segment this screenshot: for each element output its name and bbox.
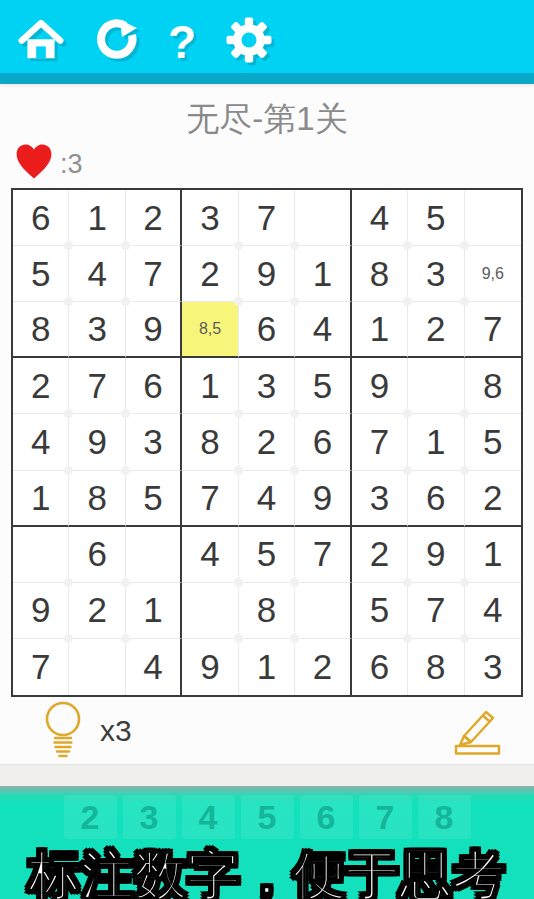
cell-r5c9[interactable]: 5 — [465, 414, 521, 470]
cell-value: 1 — [87, 198, 106, 238]
number-pad-ghost: 2345678 — [0, 795, 534, 839]
cell-r4c5[interactable]: 3 — [239, 358, 295, 414]
cell-r6c7[interactable]: 3 — [352, 471, 408, 527]
home-button[interactable] — [16, 16, 66, 67]
cell-r6c6[interactable]: 9 — [295, 471, 351, 527]
cell-r8c9[interactable]: 4 — [465, 583, 521, 639]
cell-r5c6[interactable]: 6 — [295, 414, 351, 470]
cell-r5c8[interactable]: 1 — [408, 414, 464, 470]
cell-r1c7[interactable]: 4 — [352, 190, 408, 246]
cell-r7c2[interactable]: 6 — [69, 527, 125, 583]
cell-value: 5 — [483, 422, 502, 462]
cell-r3c2[interactable]: 3 — [69, 302, 125, 358]
cell-r8c1[interactable]: 9 — [13, 583, 69, 639]
pencil-icon — [452, 746, 504, 761]
cell-r2c7[interactable]: 8 — [352, 246, 408, 302]
cell-r6c3[interactable]: 5 — [126, 471, 182, 527]
cell-r6c9[interactable]: 2 — [465, 471, 521, 527]
cell-value: 1 — [426, 422, 445, 462]
cell-value: 5 — [31, 254, 50, 294]
cell-value: 1 — [200, 366, 219, 406]
cell-value: 4 — [257, 478, 276, 518]
cell-value: 8 — [370, 254, 389, 294]
cell-r1c3[interactable]: 2 — [126, 190, 182, 246]
cell-r3c5[interactable]: 6 — [239, 302, 295, 358]
cell-r9c4[interactable]: 9 — [182, 639, 238, 695]
settings-icon — [224, 15, 274, 68]
cell-r1c1[interactable]: 6 — [13, 190, 69, 246]
cell-r2c4[interactable]: 2 — [182, 246, 238, 302]
cell-value: 7 — [370, 422, 389, 462]
settings-button[interactable] — [224, 15, 274, 68]
cell-note: 9,6 — [482, 265, 504, 283]
cell-value: 4 — [483, 590, 502, 630]
hint-button[interactable]: x3 — [36, 698, 132, 763]
cell-r6c2[interactable]: 8 — [69, 471, 125, 527]
cell-r5c1[interactable]: 4 — [13, 414, 69, 470]
lives-indicator: :3 — [0, 143, 534, 185]
cell-r4c4[interactable]: 1 — [182, 358, 238, 414]
cell-r1c4[interactable]: 3 — [182, 190, 238, 246]
cell-r9c2[interactable] — [69, 639, 125, 695]
cell-value: 9 — [87, 422, 106, 462]
cell-value: 1 — [313, 254, 332, 294]
cell-value: 9 — [426, 534, 445, 574]
notes-button[interactable] — [452, 700, 504, 761]
cell-value: 6 — [257, 309, 276, 349]
cell-value: 1 — [257, 647, 276, 687]
cell-r2c5[interactable]: 9 — [239, 246, 295, 302]
cell-r2c2[interactable]: 4 — [69, 246, 125, 302]
cell-value: 2 — [313, 647, 332, 687]
cell-value: 1 — [31, 478, 50, 518]
cell-value: 3 — [370, 478, 389, 518]
help-button[interactable]: ? — [168, 19, 196, 65]
lightbulb-icon — [36, 698, 90, 763]
cell-r1c6[interactable] — [295, 190, 351, 246]
cell-r8c4[interactable] — [182, 583, 238, 639]
cell-r8c2[interactable]: 2 — [69, 583, 125, 639]
cell-r2c3[interactable]: 7 — [126, 246, 182, 302]
cell-value: 3 — [257, 366, 276, 406]
cell-value: 7 — [200, 478, 219, 518]
cell-r8c8[interactable]: 7 — [408, 583, 464, 639]
cell-r3c4[interactable]: 8,5 — [182, 302, 238, 358]
cell-value: 7 — [313, 534, 332, 574]
cell-value: 9 — [313, 478, 332, 518]
cell-r9c9[interactable]: 3 — [465, 639, 521, 695]
cell-r4c6[interactable]: 5 — [295, 358, 351, 414]
cell-value: 5 — [143, 478, 162, 518]
cell-r2c9[interactable]: 9,6 — [465, 246, 521, 302]
cell-value: 4 — [143, 647, 162, 687]
cell-r6c5[interactable]: 4 — [239, 471, 295, 527]
cell-value: 6 — [370, 647, 389, 687]
number-tile-8[interactable]: 8 — [418, 795, 471, 839]
cell-value: 6 — [31, 198, 50, 238]
cell-value: 8 — [483, 366, 502, 406]
cell-r1c8[interactable]: 5 — [408, 190, 464, 246]
cell-value: 5 — [257, 534, 276, 574]
cell-r3c7[interactable]: 1 — [352, 302, 408, 358]
cell-r8c5[interactable]: 8 — [239, 583, 295, 639]
number-tile-7[interactable]: 7 — [359, 795, 412, 839]
cell-value: 2 — [143, 198, 162, 238]
cell-r3c3[interactable]: 9 — [126, 302, 182, 358]
cell-r4c8[interactable] — [408, 358, 464, 414]
cell-r8c6[interactable] — [295, 583, 351, 639]
cell-r7c9[interactable]: 1 — [465, 527, 521, 583]
cell-value: 6 — [426, 478, 445, 518]
cell-r7c6[interactable]: 7 — [295, 527, 351, 583]
cell-r9c3[interactable]: 4 — [126, 639, 182, 695]
hint-count: x3 — [100, 714, 132, 748]
lives-count: :3 — [60, 149, 83, 180]
cell-value: 4 — [31, 422, 50, 462]
cell-value: 4 — [370, 198, 389, 238]
cell-r1c2[interactable]: 1 — [69, 190, 125, 246]
cell-value: 9 — [257, 254, 276, 294]
cell-value: 9 — [200, 647, 219, 687]
cell-value: 6 — [87, 534, 106, 574]
cell-r7c7[interactable]: 2 — [352, 527, 408, 583]
cell-value: 4 — [87, 254, 106, 294]
cell-value: 2 — [483, 478, 502, 518]
cell-r3c6[interactable]: 4 — [295, 302, 351, 358]
home-icon — [16, 16, 66, 67]
cell-value: 2 — [87, 590, 106, 630]
cell-r7c8[interactable]: 9 — [408, 527, 464, 583]
bottom-strip — [0, 764, 534, 786]
cell-value: 8 — [87, 478, 106, 518]
cell-value: 6 — [143, 366, 162, 406]
cell-r1c5[interactable]: 7 — [239, 190, 295, 246]
cell-r7c3[interactable] — [126, 527, 182, 583]
restart-button[interactable] — [94, 17, 140, 66]
cell-value: 2 — [200, 254, 219, 294]
cell-r6c8[interactable]: 6 — [408, 471, 464, 527]
cell-r2c8[interactable]: 3 — [408, 246, 464, 302]
cell-r5c3[interactable]: 3 — [126, 414, 182, 470]
cell-r2c6[interactable]: 1 — [295, 246, 351, 302]
cell-r6c1[interactable]: 1 — [13, 471, 69, 527]
number-tile-6[interactable]: 6 — [300, 795, 353, 839]
cell-r4c7[interactable]: 9 — [352, 358, 408, 414]
top-bar: ? — [0, 0, 534, 84]
cell-note: 8,5 — [199, 320, 221, 338]
number-tile-2[interactable]: 2 — [64, 795, 117, 839]
cell-value: 9 — [143, 309, 162, 349]
cell-value: 7 — [426, 590, 445, 630]
cell-r5c5[interactable]: 2 — [239, 414, 295, 470]
cell-value: 2 — [31, 366, 50, 406]
cell-value: 1 — [370, 309, 389, 349]
sudoku-grid: 6123745547291839,68398,56412727613598493… — [11, 188, 523, 697]
cell-value: 5 — [426, 198, 445, 238]
number-tile-4[interactable]: 4 — [182, 795, 235, 839]
cell-r9c5[interactable]: 1 — [239, 639, 295, 695]
cell-r7c1[interactable] — [13, 527, 69, 583]
cell-r4c2[interactable]: 7 — [69, 358, 125, 414]
number-tile-5[interactable]: 5 — [241, 795, 294, 839]
cell-value: 8 — [426, 647, 445, 687]
cell-r8c7[interactable]: 5 — [352, 583, 408, 639]
cell-r5c2[interactable]: 9 — [69, 414, 125, 470]
cell-value: 3 — [426, 254, 445, 294]
cell-value: 3 — [143, 422, 162, 462]
cell-r9c1[interactable]: 7 — [13, 639, 69, 695]
cell-value: 8 — [257, 590, 276, 630]
number-tile-3[interactable]: 3 — [123, 795, 176, 839]
cell-r3c1[interactable]: 8 — [13, 302, 69, 358]
tutorial-banner: 2345678 标注数字，便于思考 — [0, 786, 534, 899]
cell-r4c3[interactable]: 6 — [126, 358, 182, 414]
cell-value: 5 — [313, 366, 332, 406]
cell-value: 4 — [313, 309, 332, 349]
cell-value: 7 — [143, 254, 162, 294]
cell-r4c1[interactable]: 2 — [13, 358, 69, 414]
cell-value: 9 — [370, 366, 389, 406]
cell-r7c4[interactable]: 4 — [182, 527, 238, 583]
cell-value: 4 — [200, 534, 219, 574]
cell-r7c5[interactable]: 5 — [239, 527, 295, 583]
cell-r6c4[interactable]: 7 — [182, 471, 238, 527]
cell-r9c8[interactable]: 8 — [408, 639, 464, 695]
cell-r1c9[interactable] — [465, 190, 521, 246]
cell-value: 3 — [87, 309, 106, 349]
cell-r9c7[interactable]: 6 — [352, 639, 408, 695]
cell-value: 7 — [31, 647, 50, 687]
cell-value: 3 — [200, 198, 219, 238]
hint-bar: x3 — [0, 697, 534, 764]
cell-r4c9[interactable]: 8 — [465, 358, 521, 414]
banner-message: 标注数字，便于思考 — [0, 841, 534, 899]
cell-value: 8 — [200, 422, 219, 462]
cell-value: 2 — [426, 309, 445, 349]
cell-value: 8 — [31, 309, 50, 349]
cell-r8c3[interactable]: 1 — [126, 583, 182, 639]
cell-value: 7 — [483, 309, 502, 349]
cell-value: 3 — [483, 647, 502, 687]
restart-icon — [94, 17, 140, 66]
cell-r3c9[interactable]: 7 — [465, 302, 521, 358]
cell-value: 2 — [370, 534, 389, 574]
page-title: 无尽-第1关 — [0, 84, 534, 137]
cell-value: 2 — [257, 422, 276, 462]
cell-r5c7[interactable]: 7 — [352, 414, 408, 470]
cell-value: 1 — [143, 590, 162, 630]
cell-value: 6 — [313, 422, 332, 462]
cell-value: 7 — [87, 366, 106, 406]
heart-icon — [13, 142, 55, 186]
cell-value: 1 — [483, 534, 502, 574]
help-icon: ? — [168, 19, 196, 65]
cell-r9c6[interactable]: 2 — [295, 639, 351, 695]
cell-value: 9 — [31, 590, 50, 630]
cell-value: 7 — [257, 198, 276, 238]
cell-r3c8[interactable]: 2 — [408, 302, 464, 358]
cell-r2c1[interactable]: 5 — [13, 246, 69, 302]
cell-value: 5 — [370, 590, 389, 630]
cell-r5c4[interactable]: 8 — [182, 414, 238, 470]
